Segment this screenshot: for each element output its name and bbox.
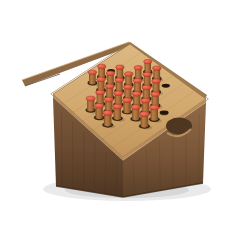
product-photo xyxy=(0,0,240,240)
wood-grain xyxy=(160,141,161,190)
empty-hole[interactable] xyxy=(160,111,169,116)
peg-solitaire-board xyxy=(0,0,240,240)
wood-grain xyxy=(61,112,62,188)
empty-hole[interactable] xyxy=(162,84,170,88)
